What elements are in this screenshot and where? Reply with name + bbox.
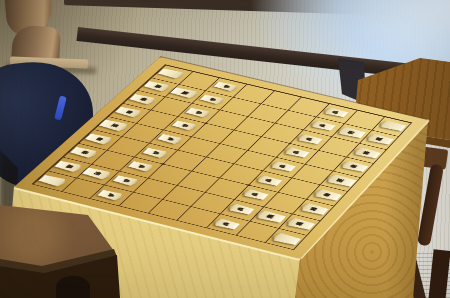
- piece-kanji: 将: [350, 164, 359, 168]
- side-table-arch-cutout: [56, 276, 90, 298]
- piece-kanji: 行: [347, 130, 356, 134]
- piece-face: 歩兵: [254, 173, 285, 188]
- piece-kanji: 兵: [279, 164, 287, 168]
- piece-kanji: 兵: [223, 222, 232, 226]
- piece-face: 歩兵: [282, 146, 312, 160]
- piece-kanji: 将: [309, 207, 318, 212]
- piece-kanji: 馬: [375, 137, 383, 141]
- piece-kanji: 車: [180, 91, 189, 95]
- piece-kanji: 兵: [237, 207, 245, 211]
- piece-kanji: 将: [80, 150, 89, 154]
- piece-kanji: 兵: [151, 151, 159, 155]
- piece-face: 歩兵: [240, 187, 271, 202]
- piece-kanji: 兵: [106, 193, 115, 197]
- piece-kanji: 車: [266, 214, 275, 219]
- piece-kanji: 将: [362, 151, 371, 155]
- piece-body: 歩兵: [212, 216, 242, 232]
- piece-kanji: 兵: [208, 97, 216, 101]
- piece-kanji: 兵: [222, 85, 230, 89]
- piece-body: [269, 230, 302, 248]
- piece-kanji: 将: [125, 110, 134, 114]
- piece-kanji: 将: [323, 192, 332, 197]
- shogi-photo-scene: 歩兵歩兵桂馬飛車歩兵歩兵角行桂馬銀将歩兵歩兵銀将金将歩兵歩兵金将玉将歩兵歩兵王将…: [0, 0, 450, 298]
- piece-kanji: 兵: [306, 137, 314, 141]
- piece-kanji: 兵: [293, 151, 301, 155]
- piece-kanji: 馬: [65, 164, 74, 168]
- piece-kanji: 兵: [122, 178, 130, 182]
- piece-kanji: 馬: [153, 84, 161, 88]
- piece-face: 歩兵: [211, 216, 243, 231]
- piece-kanji: 兵: [265, 178, 273, 182]
- piece-face: 歩兵: [226, 202, 257, 217]
- piece-face: [269, 230, 303, 247]
- piece-kanji: 兵: [180, 124, 188, 128]
- piece-kanji: 兵: [194, 110, 202, 114]
- piece-face: 歩兵: [268, 159, 298, 173]
- piece-kanji: 行: [93, 171, 102, 176]
- piece-kanji: 兵: [251, 193, 259, 197]
- piece-kanji: 将: [95, 137, 104, 141]
- piece-kanji: 兵: [166, 137, 174, 141]
- piece-kanji: 兵: [319, 124, 327, 128]
- piece-kanji: 兵: [332, 111, 340, 115]
- piece-kanji: 将: [336, 178, 345, 183]
- piece-body: 歩兵: [226, 201, 256, 217]
- piece-kanji: 将: [139, 97, 148, 101]
- piece-kanji: 兵: [137, 164, 145, 168]
- piece-kanji: 将: [110, 123, 119, 127]
- piece-kanji: 馬: [296, 221, 305, 226]
